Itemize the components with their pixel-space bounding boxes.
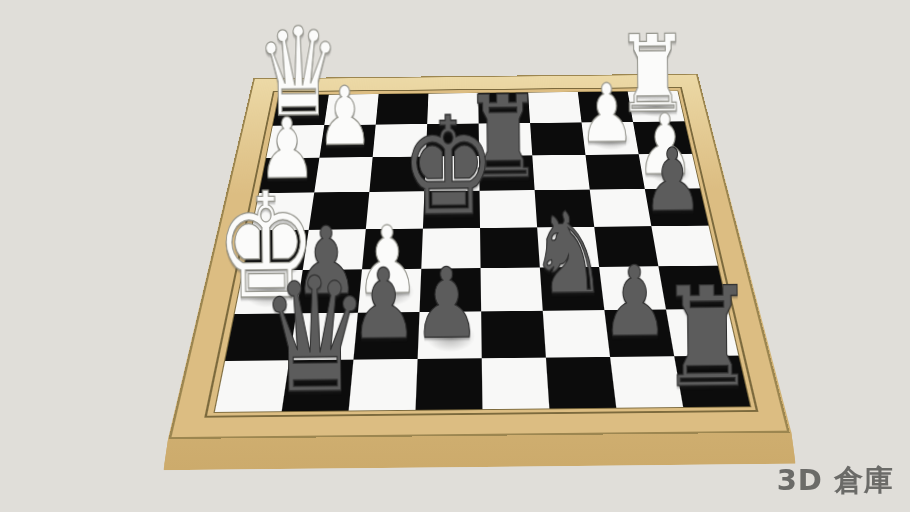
square-e2	[479, 123, 533, 156]
square-a5	[243, 230, 308, 271]
square-d3	[424, 156, 479, 191]
square-h1	[628, 91, 685, 122]
watermark-text: 3D 倉庫	[777, 463, 894, 497]
square-c4	[366, 191, 425, 229]
square-b2	[319, 125, 375, 158]
square-e5	[480, 227, 540, 268]
square-a6	[235, 270, 303, 314]
square-e6	[481, 268, 543, 312]
square-f5	[537, 227, 599, 268]
square-f1	[528, 92, 582, 123]
square-d1	[427, 93, 478, 124]
board-scene: ♛♜♟♟♟♜♟♚♟♚♟♟♞♟♟♟♛♜	[0, 0, 910, 512]
square-g5	[594, 226, 658, 267]
square-g2	[582, 122, 639, 155]
warehouse-watermark: 3D 倉庫	[777, 461, 894, 501]
square-h6	[658, 266, 727, 310]
square-b8	[282, 360, 354, 412]
square-g1	[578, 92, 633, 123]
square-f2	[530, 122, 585, 155]
square-h5	[651, 226, 717, 267]
square-c7	[353, 312, 419, 360]
square-a1	[273, 95, 329, 126]
square-a2	[266, 125, 324, 158]
square-b4	[309, 192, 370, 230]
square-c3	[369, 157, 426, 192]
square-e1	[478, 93, 530, 124]
screenshot-canvas: ♛♜♟♟♟♜♟♚♟♚♟♟♞♟♟♟♛♜ 3D 倉庫	[0, 0, 910, 512]
square-g3	[585, 154, 644, 189]
square-d6	[420, 268, 482, 312]
square-e8	[482, 358, 550, 410]
square-a7	[225, 313, 296, 361]
square-f8	[546, 357, 616, 409]
square-c8	[349, 359, 418, 411]
square-h7	[666, 309, 738, 356]
square-f4	[535, 190, 595, 228]
square-d5	[421, 228, 480, 269]
board-frame-inner-groove	[204, 87, 758, 418]
board-grid	[213, 91, 751, 413]
square-a8	[215, 360, 289, 412]
square-h3	[639, 154, 700, 189]
square-f7	[543, 310, 610, 357]
square-h2	[633, 121, 692, 154]
square-h8	[674, 356, 750, 407]
square-b7	[289, 313, 358, 361]
square-b1	[324, 94, 378, 125]
square-c6	[358, 269, 421, 313]
square-g6	[599, 266, 666, 310]
chessboard	[169, 74, 790, 439]
square-d2	[426, 124, 479, 157]
square-h4	[645, 188, 709, 226]
square-a4	[252, 192, 315, 230]
square-b6	[296, 269, 362, 313]
square-a3	[259, 158, 319, 193]
square-g4	[590, 189, 652, 227]
square-d4	[423, 191, 480, 229]
square-b3	[314, 157, 372, 192]
square-d8	[416, 358, 483, 410]
square-c5	[362, 229, 423, 270]
square-c2	[373, 124, 428, 157]
square-f3	[532, 155, 589, 190]
square-b5	[303, 229, 366, 270]
square-g7	[604, 309, 674, 356]
square-g8	[610, 356, 683, 407]
square-e4	[480, 190, 538, 228]
square-f6	[540, 267, 605, 311]
square-e3	[479, 155, 535, 190]
square-c1	[376, 94, 429, 125]
square-d7	[418, 311, 482, 359]
square-e7	[481, 311, 546, 358]
